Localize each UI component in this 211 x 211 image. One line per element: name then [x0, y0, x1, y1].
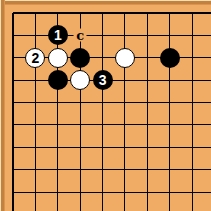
point-label-c: c	[74, 29, 87, 42]
move-number: 1	[54, 28, 62, 42]
go-board: 123c	[0, 0, 211, 211]
black-stone	[160, 48, 180, 68]
board-edge-top	[0, 0, 211, 5]
black-stone-3: 3	[93, 70, 113, 90]
move-number: 2	[31, 50, 39, 64]
black-stone	[48, 70, 68, 90]
black-stone-1: 1	[48, 25, 68, 45]
white-stone-2: 2	[25, 48, 45, 68]
board-edge-left	[0, 0, 5, 211]
move-number: 3	[99, 73, 107, 87]
white-stone	[115, 48, 135, 68]
black-stone	[70, 48, 90, 68]
stones-layer: 123c	[0, 0, 211, 211]
white-stone	[48, 48, 68, 68]
white-stone	[70, 70, 90, 90]
